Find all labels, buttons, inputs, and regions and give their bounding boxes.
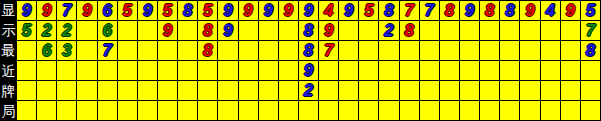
cell-r2c12 xyxy=(239,21,258,40)
cell-r1c8: 5 xyxy=(158,1,177,20)
cell-r4c11 xyxy=(218,61,237,80)
recent-results-board: 显 示 最 近 牌 局 9979659585999994958778988949… xyxy=(0,0,601,121)
cell-r2c5: 6 xyxy=(98,21,117,40)
cell-r1c19: 8 xyxy=(379,1,398,20)
cell-r2c27 xyxy=(541,21,560,40)
cell-r4c2 xyxy=(37,61,56,80)
cell-r5c24 xyxy=(480,81,499,100)
cell-r3c10: 8 xyxy=(198,41,217,60)
cell-r3c14 xyxy=(279,41,298,60)
cell-r3c5: 7 xyxy=(98,41,117,60)
cell-r4c5 xyxy=(98,61,117,80)
cell-r1c7: 9 xyxy=(138,1,157,20)
cell-r5c1 xyxy=(17,81,36,100)
cell-r5c27 xyxy=(541,81,560,100)
cell-r4c21 xyxy=(420,61,439,80)
cell-r2c19: 2 xyxy=(379,21,398,40)
cell-r3c7 xyxy=(138,41,157,60)
label-char-4: 近 xyxy=(0,61,17,81)
cell-r4c29 xyxy=(581,61,600,80)
cell-r1c1: 9 xyxy=(17,1,36,20)
cell-r5c3 xyxy=(57,81,76,100)
cell-r4c8 xyxy=(158,61,177,80)
cell-r6c9 xyxy=(178,101,197,120)
cell-r6c28 xyxy=(561,101,580,120)
cell-r1c20: 7 xyxy=(400,1,419,20)
cell-r5c10 xyxy=(198,81,217,100)
cell-r5c11 xyxy=(218,81,237,100)
label-char-1: 显 xyxy=(0,0,17,20)
results-grid: 9979659585999994958778988949552269898928… xyxy=(17,0,601,121)
cell-r6c5 xyxy=(98,101,117,120)
cell-r3c13 xyxy=(259,41,278,60)
cell-r3c29: 8 xyxy=(581,41,600,60)
cell-r5c25 xyxy=(500,81,519,100)
cell-r6c24 xyxy=(480,101,499,120)
cell-r5c9 xyxy=(178,81,197,100)
cell-r2c25 xyxy=(500,21,519,40)
cell-r4c16 xyxy=(319,61,338,80)
cell-r5c12 xyxy=(239,81,258,100)
cell-r5c6 xyxy=(118,81,137,100)
label-char-5: 牌 xyxy=(0,81,17,101)
cell-r1c24: 8 xyxy=(480,1,499,20)
cell-r3c20 xyxy=(400,41,419,60)
cell-r6c17 xyxy=(339,101,358,120)
cell-r3c4 xyxy=(77,41,96,60)
cell-r6c13 xyxy=(259,101,278,120)
cell-r4c26 xyxy=(520,61,539,80)
cell-r6c1 xyxy=(17,101,36,120)
cell-r3c18 xyxy=(359,41,378,60)
cell-r3c3: 3 xyxy=(57,41,76,60)
cell-r2c23 xyxy=(460,21,479,40)
cell-r6c20 xyxy=(400,101,419,120)
cell-r3c19 xyxy=(379,41,398,60)
cell-r3c2: 6 xyxy=(37,41,56,60)
cell-r4c19 xyxy=(379,61,398,80)
cell-r1c26: 9 xyxy=(520,1,539,20)
cell-r3c21 xyxy=(420,41,439,60)
cell-r2c18 xyxy=(359,21,378,40)
cell-r2c22 xyxy=(440,21,459,40)
cell-r3c25 xyxy=(500,41,519,60)
cell-r2c16: 9 xyxy=(319,21,338,40)
cell-r1c17: 9 xyxy=(339,1,358,20)
cell-r1c4: 9 xyxy=(77,1,96,20)
cell-r3c23 xyxy=(460,41,479,60)
cell-r4c23 xyxy=(460,61,479,80)
cell-r5c22 xyxy=(440,81,459,100)
cell-r5c8 xyxy=(158,81,177,100)
cell-r5c20 xyxy=(400,81,419,100)
cell-r6c23 xyxy=(460,101,479,120)
cell-r2c15: 8 xyxy=(299,21,318,40)
cell-r3c24 xyxy=(480,41,499,60)
cell-r4c17 xyxy=(339,61,358,80)
cell-r6c8 xyxy=(158,101,177,120)
cell-r2c3: 2 xyxy=(57,21,76,40)
cell-r2c28 xyxy=(561,21,580,40)
board-title-vertical-label: 显 示 最 近 牌 局 xyxy=(0,0,17,121)
cell-r4c25 xyxy=(500,61,519,80)
cell-r2c8: 9 xyxy=(158,21,177,40)
cell-r6c15 xyxy=(299,101,318,120)
cell-r1c18: 5 xyxy=(359,1,378,20)
cell-r1c21: 7 xyxy=(420,1,439,20)
cell-r6c21 xyxy=(420,101,439,120)
cell-r2c11: 9 xyxy=(218,21,237,40)
label-char-6: 局 xyxy=(0,101,17,121)
cell-r2c29: 7 xyxy=(581,21,600,40)
cell-r5c17 xyxy=(339,81,358,100)
cell-r2c26 xyxy=(520,21,539,40)
cell-r2c21 xyxy=(420,21,439,40)
cell-r4c22 xyxy=(440,61,459,80)
cell-r2c1: 5 xyxy=(17,21,36,40)
cell-r4c24 xyxy=(480,61,499,80)
cell-r2c10: 8 xyxy=(198,21,217,40)
cell-r6c11 xyxy=(218,101,237,120)
cell-r4c13 xyxy=(259,61,278,80)
cell-r1c11: 9 xyxy=(218,1,237,20)
cell-r4c28 xyxy=(561,61,580,80)
cell-r2c2: 2 xyxy=(37,21,56,40)
cell-r1c27: 4 xyxy=(541,1,560,20)
cell-r5c15: 2 xyxy=(299,81,318,100)
cell-r3c15: 8 xyxy=(299,41,318,60)
cell-r1c13: 9 xyxy=(259,1,278,20)
cell-r2c20: 8 xyxy=(400,21,419,40)
cell-r3c26 xyxy=(520,41,539,60)
cell-r1c9: 8 xyxy=(178,1,197,20)
cell-r2c13 xyxy=(259,21,278,40)
cell-r1c10: 5 xyxy=(198,1,217,20)
cell-r5c23 xyxy=(460,81,479,100)
cell-r2c17 xyxy=(339,21,358,40)
cell-r3c17 xyxy=(339,41,358,60)
cell-r5c29 xyxy=(581,81,600,100)
cell-r1c2: 9 xyxy=(37,1,56,20)
cell-r3c8 xyxy=(158,41,177,60)
cell-r4c10 xyxy=(198,61,217,80)
cell-r2c7 xyxy=(138,21,157,40)
cell-r5c5 xyxy=(98,81,117,100)
cell-r5c4 xyxy=(77,81,96,100)
cell-r2c6 xyxy=(118,21,137,40)
cell-r1c6: 5 xyxy=(118,1,137,20)
cell-r4c6 xyxy=(118,61,137,80)
cell-r4c27 xyxy=(541,61,560,80)
cell-r3c12 xyxy=(239,41,258,60)
cell-r6c3 xyxy=(57,101,76,120)
cell-r4c1 xyxy=(17,61,36,80)
cell-r5c14 xyxy=(279,81,298,100)
cell-r5c7 xyxy=(138,81,157,100)
cell-r5c16 xyxy=(319,81,338,100)
label-char-2: 示 xyxy=(0,20,17,40)
cell-r6c12 xyxy=(239,101,258,120)
label-char-3: 最 xyxy=(0,40,17,60)
cell-r3c16: 7 xyxy=(319,41,338,60)
cell-r6c27 xyxy=(541,101,560,120)
cell-r3c6 xyxy=(118,41,137,60)
cell-r3c27 xyxy=(541,41,560,60)
cell-r1c23: 9 xyxy=(460,1,479,20)
cell-r5c19 xyxy=(379,81,398,100)
cell-r5c26 xyxy=(520,81,539,100)
cell-r5c21 xyxy=(420,81,439,100)
cell-r6c2 xyxy=(37,101,56,120)
cell-r6c19 xyxy=(379,101,398,120)
cell-r3c1 xyxy=(17,41,36,60)
cell-r3c22 xyxy=(440,41,459,60)
cell-r1c5: 6 xyxy=(98,1,117,20)
cell-r6c29 xyxy=(581,101,600,120)
cell-r6c26 xyxy=(520,101,539,120)
cell-r1c12: 9 xyxy=(239,1,258,20)
cell-r4c18 xyxy=(359,61,378,80)
cell-r6c18 xyxy=(359,101,378,120)
cell-r5c18 xyxy=(359,81,378,100)
cell-r5c2 xyxy=(37,81,56,100)
cell-r1c22: 8 xyxy=(440,1,459,20)
cell-r2c4 xyxy=(77,21,96,40)
cell-r4c7 xyxy=(138,61,157,80)
cell-r4c15: 9 xyxy=(299,61,318,80)
cell-r1c14: 9 xyxy=(279,1,298,20)
cell-r6c7 xyxy=(138,101,157,120)
cell-r6c4 xyxy=(77,101,96,120)
cell-r4c3 xyxy=(57,61,76,80)
cell-r1c15: 9 xyxy=(299,1,318,20)
cell-r1c28: 9 xyxy=(561,1,580,20)
cell-r3c28 xyxy=(561,41,580,60)
cell-r1c29: 5 xyxy=(581,1,600,20)
cell-r1c3: 7 xyxy=(57,1,76,20)
cell-r4c12 xyxy=(239,61,258,80)
cell-r4c14 xyxy=(279,61,298,80)
cell-r5c28 xyxy=(561,81,580,100)
cell-r1c16: 4 xyxy=(319,1,338,20)
cell-r2c24 xyxy=(480,21,499,40)
cell-r6c10 xyxy=(198,101,217,120)
cell-r6c25 xyxy=(500,101,519,120)
cell-r3c11 xyxy=(218,41,237,60)
cell-r3c9 xyxy=(178,41,197,60)
cell-r4c9 xyxy=(178,61,197,80)
cell-r2c9 xyxy=(178,21,197,40)
cell-r4c20 xyxy=(400,61,419,80)
cell-r2c14 xyxy=(279,21,298,40)
cell-r6c14 xyxy=(279,101,298,120)
cell-r4c4 xyxy=(77,61,96,80)
cell-r6c22 xyxy=(440,101,459,120)
cell-r5c13 xyxy=(259,81,278,100)
cell-r6c16 xyxy=(319,101,338,120)
cell-r1c25: 8 xyxy=(500,1,519,20)
cell-r6c6 xyxy=(118,101,137,120)
